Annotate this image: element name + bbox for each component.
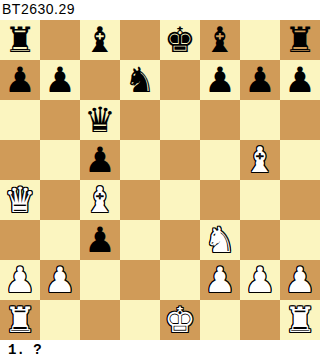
square-c5[interactable]: ♟ (80, 140, 120, 180)
square-g6[interactable] (240, 100, 280, 140)
square-c2[interactable] (80, 260, 120, 300)
square-e1[interactable]: ♚ (160, 300, 200, 340)
square-c8[interactable]: ♝ (80, 20, 120, 60)
square-d1[interactable] (120, 300, 160, 340)
square-f1[interactable] (200, 300, 240, 340)
square-b3[interactable] (40, 220, 80, 260)
square-e4[interactable] (160, 180, 200, 220)
white-rook: ♜ (280, 300, 320, 340)
black-pawn: ♟ (0, 60, 40, 100)
move-prompt: 1. ? (0, 340, 320, 360)
white-bishop: ♝ (80, 180, 120, 220)
square-a4[interactable]: ♛ (0, 180, 40, 220)
square-c6[interactable]: ♛ (80, 100, 120, 140)
white-knight: ♞ (200, 220, 240, 260)
square-c7[interactable] (80, 60, 120, 100)
square-d5[interactable] (120, 140, 160, 180)
square-a1[interactable]: ♜ (0, 300, 40, 340)
white-king: ♚ (160, 300, 200, 340)
square-f6[interactable] (200, 100, 240, 140)
square-a7[interactable]: ♟ (0, 60, 40, 100)
square-b6[interactable] (40, 100, 80, 140)
black-pawn: ♟ (40, 60, 80, 100)
square-g7[interactable]: ♟ (240, 60, 280, 100)
square-d3[interactable] (120, 220, 160, 260)
white-bishop: ♝ (240, 140, 280, 180)
square-h1[interactable]: ♜ (280, 300, 320, 340)
square-h4[interactable] (280, 180, 320, 220)
square-f5[interactable] (200, 140, 240, 180)
square-a8[interactable]: ♜ (0, 20, 40, 60)
square-e2[interactable] (160, 260, 200, 300)
chess-board: ♜♝♚♝♜♟♟♞♟♟♟♛♟♝♛♝♟♞♟♟♟♟♟♜♚♜ (0, 20, 320, 340)
black-pawn: ♟ (200, 60, 240, 100)
square-g3[interactable] (240, 220, 280, 260)
square-d7[interactable]: ♞ (120, 60, 160, 100)
black-bishop: ♝ (200, 20, 240, 60)
black-pawn: ♟ (240, 60, 280, 100)
white-pawn: ♟ (280, 260, 320, 300)
white-pawn: ♟ (200, 260, 240, 300)
square-a3[interactable] (0, 220, 40, 260)
square-b7[interactable]: ♟ (40, 60, 80, 100)
square-h3[interactable] (280, 220, 320, 260)
square-e8[interactable]: ♚ (160, 20, 200, 60)
square-d8[interactable] (120, 20, 160, 60)
square-g5[interactable]: ♝ (240, 140, 280, 180)
square-h8[interactable]: ♜ (280, 20, 320, 60)
black-queen: ♛ (80, 100, 120, 140)
square-f4[interactable] (200, 180, 240, 220)
square-h6[interactable] (280, 100, 320, 140)
black-knight: ♞ (120, 60, 160, 100)
square-f8[interactable]: ♝ (200, 20, 240, 60)
square-a5[interactable] (0, 140, 40, 180)
square-h5[interactable] (280, 140, 320, 180)
square-d6[interactable] (120, 100, 160, 140)
square-d4[interactable] (120, 180, 160, 220)
square-g4[interactable] (240, 180, 280, 220)
chess-diagram-window: BT2630.29 ♜♝♚♝♜♟♟♞♟♟♟♛♟♝♛♝♟♞♟♟♟♟♟♜♚♜ 1. … (0, 0, 320, 360)
square-b1[interactable] (40, 300, 80, 340)
white-pawn: ♟ (40, 260, 80, 300)
square-c4[interactable]: ♝ (80, 180, 120, 220)
black-pawn: ♟ (80, 220, 120, 260)
square-a2[interactable]: ♟ (0, 260, 40, 300)
black-king: ♚ (160, 20, 200, 60)
square-d2[interactable] (120, 260, 160, 300)
white-pawn: ♟ (240, 260, 280, 300)
square-h2[interactable]: ♟ (280, 260, 320, 300)
square-b2[interactable]: ♟ (40, 260, 80, 300)
square-b5[interactable] (40, 140, 80, 180)
white-queen: ♛ (0, 180, 40, 220)
square-g2[interactable]: ♟ (240, 260, 280, 300)
square-b4[interactable] (40, 180, 80, 220)
square-a6[interactable] (0, 100, 40, 140)
square-h7[interactable]: ♟ (280, 60, 320, 100)
square-f2[interactable]: ♟ (200, 260, 240, 300)
black-rook: ♜ (0, 20, 40, 60)
square-f3[interactable]: ♞ (200, 220, 240, 260)
square-c3[interactable]: ♟ (80, 220, 120, 260)
black-rook: ♜ (280, 20, 320, 60)
square-e5[interactable] (160, 140, 200, 180)
position-title: BT2630.29 (0, 0, 320, 20)
square-g8[interactable] (240, 20, 280, 60)
black-pawn: ♟ (280, 60, 320, 100)
square-e3[interactable] (160, 220, 200, 260)
black-pawn: ♟ (80, 140, 120, 180)
square-c1[interactable] (80, 300, 120, 340)
square-g1[interactable] (240, 300, 280, 340)
square-f7[interactable]: ♟ (200, 60, 240, 100)
white-rook: ♜ (0, 300, 40, 340)
square-e7[interactable] (160, 60, 200, 100)
square-e6[interactable] (160, 100, 200, 140)
square-b8[interactable] (40, 20, 80, 60)
white-pawn: ♟ (0, 260, 40, 300)
black-bishop: ♝ (80, 20, 120, 60)
